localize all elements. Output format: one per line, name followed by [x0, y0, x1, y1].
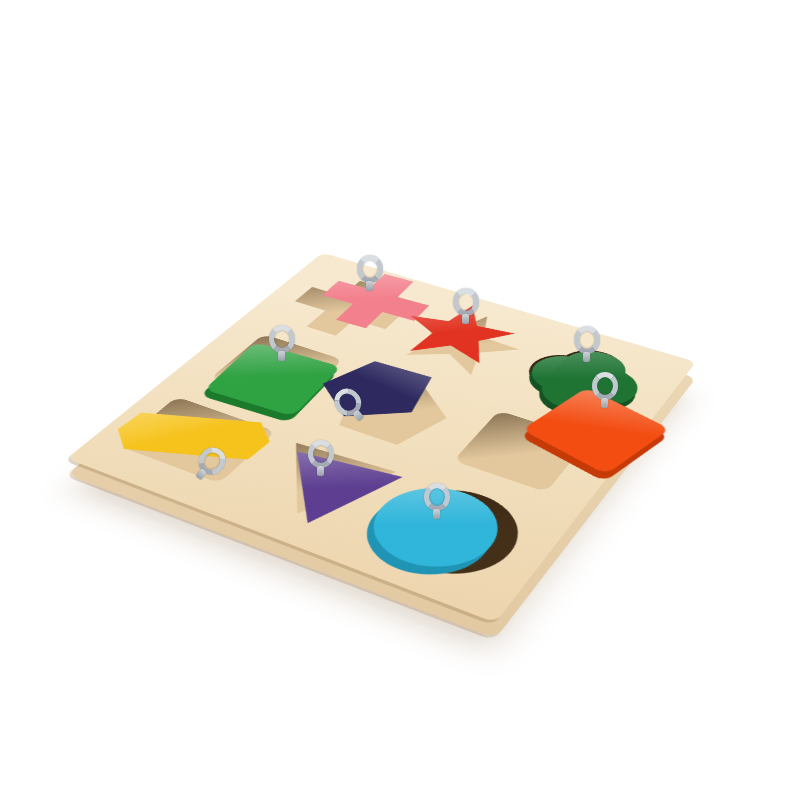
puzzle-board: [67, 253, 697, 623]
slot-grid: [67, 253, 697, 623]
piece-yellow-bar[interactable]: [109, 411, 276, 461]
product-photo-scene: [0, 0, 800, 800]
